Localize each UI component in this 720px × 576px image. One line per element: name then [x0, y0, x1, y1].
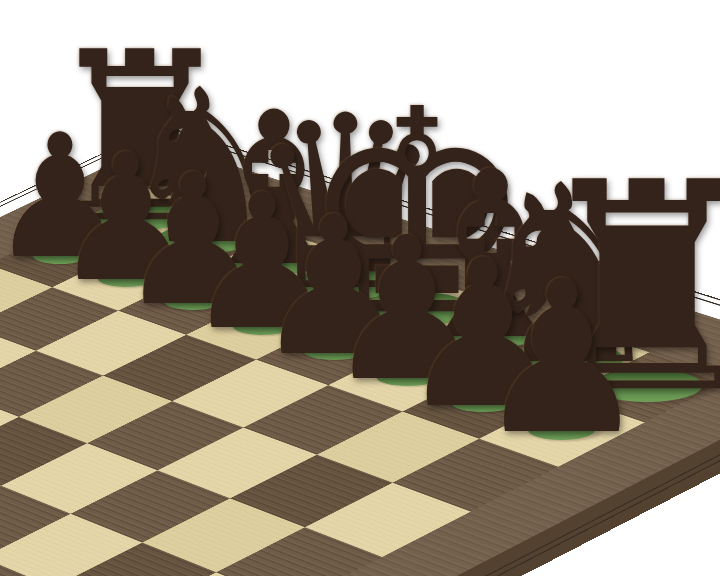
- chess-photo-scene: ♜♞♟♝♟♛♟♚♟♝♟♞♟♜♟♟: [0, 0, 720, 576]
